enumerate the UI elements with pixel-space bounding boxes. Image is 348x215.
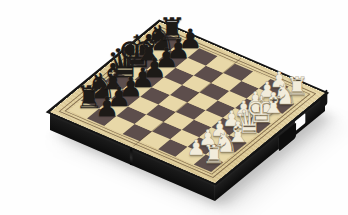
piece-black-pawn[interactable]: ♟ — [178, 26, 202, 53]
stage: ♜♞♝♛♚♝♞♜♟♟♟♟♟♟♟♟♟♟♟♟♟♟♟♟♜♞♝♛♚♝♞♜ — [0, 0, 348, 215]
piece-white-rook[interactable]: ♜ — [286, 74, 309, 99]
fold-seam-side — [130, 146, 133, 165]
